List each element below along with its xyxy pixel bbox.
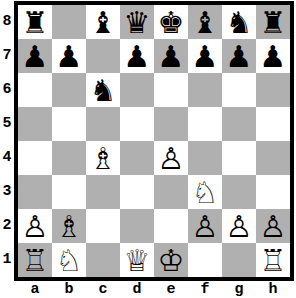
square-c3[interactable]: [86, 175, 120, 209]
rank-label-1: 1: [0, 243, 14, 277]
piece-white-knight: ♘: [52, 243, 86, 277]
square-a8[interactable]: ♜: [18, 5, 52, 39]
square-a7[interactable]: ♟: [18, 39, 52, 73]
square-a3[interactable]: [18, 175, 52, 209]
piece-black-pawn: ♟: [188, 39, 222, 73]
piece-black-knight: ♞: [222, 5, 256, 39]
square-d2[interactable]: [120, 209, 154, 243]
square-d3[interactable]: [120, 175, 154, 209]
square-b5[interactable]: [52, 107, 86, 141]
square-h8[interactable]: ♜: [256, 5, 290, 39]
file-label-a: a: [18, 281, 52, 298]
square-h7[interactable]: ♟: [256, 39, 290, 73]
rank-label-2: 2: [0, 209, 14, 243]
square-e4[interactable]: ♙: [154, 141, 188, 175]
piece-white-rook: ♖: [256, 243, 290, 277]
piece-black-queen: ♛: [120, 5, 154, 39]
square-d1[interactable]: ♕: [120, 243, 154, 277]
piece-black-pawn: ♟: [120, 39, 154, 73]
square-e6[interactable]: [154, 73, 188, 107]
square-g4[interactable]: [222, 141, 256, 175]
square-b2[interactable]: ♗: [52, 209, 86, 243]
square-c6[interactable]: ♞: [86, 73, 120, 107]
piece-white-pawn: ♙: [222, 209, 256, 243]
square-h5[interactable]: [256, 107, 290, 141]
rank-label-5: 5: [0, 107, 14, 141]
square-f6[interactable]: [188, 73, 222, 107]
square-c4[interactable]: ♗: [86, 141, 120, 175]
square-e3[interactable]: [154, 175, 188, 209]
rank-label-6: 6: [0, 73, 14, 107]
piece-black-king: ♚: [154, 5, 188, 39]
file-label-e: e: [154, 281, 188, 298]
square-c1[interactable]: [86, 243, 120, 277]
square-g2[interactable]: ♙: [222, 209, 256, 243]
file-label-h: h: [256, 281, 290, 298]
square-g6[interactable]: [222, 73, 256, 107]
square-d8[interactable]: ♛: [120, 5, 154, 39]
square-e2[interactable]: [154, 209, 188, 243]
square-g8[interactable]: ♞: [222, 5, 256, 39]
square-d5[interactable]: [120, 107, 154, 141]
square-c7[interactable]: [86, 39, 120, 73]
square-h1[interactable]: ♖: [256, 243, 290, 277]
square-b3[interactable]: [52, 175, 86, 209]
square-f4[interactable]: [188, 141, 222, 175]
square-h2[interactable]: ♙: [256, 209, 290, 243]
piece-black-pawn: ♟: [52, 39, 86, 73]
piece-black-bishop: ♝: [86, 5, 120, 39]
square-b8[interactable]: [52, 5, 86, 39]
file-label-c: c: [86, 281, 120, 298]
piece-white-pawn: ♙: [256, 209, 290, 243]
chess-diagram: 87654321 ♜♝♛♚♝♞♜♟♟♟♟♟♟♟♞♗♙♘♙♗♙♙♙♖♘♕♔♖ ab…: [0, 0, 296, 298]
square-f1[interactable]: [188, 243, 222, 277]
square-a2[interactable]: ♙: [18, 209, 52, 243]
square-g1[interactable]: [222, 243, 256, 277]
square-d6[interactable]: [120, 73, 154, 107]
square-c5[interactable]: [86, 107, 120, 141]
square-b1[interactable]: ♘: [52, 243, 86, 277]
file-label-d: d: [120, 281, 154, 298]
square-e1[interactable]: ♔: [154, 243, 188, 277]
square-c2[interactable]: [86, 209, 120, 243]
square-f5[interactable]: [188, 107, 222, 141]
piece-black-rook: ♜: [18, 5, 52, 39]
piece-black-pawn: ♟: [18, 39, 52, 73]
piece-white-pawn: ♙: [154, 141, 188, 175]
square-h4[interactable]: [256, 141, 290, 175]
piece-white-queen: ♕: [120, 243, 154, 277]
file-label-b: b: [52, 281, 86, 298]
piece-black-knight: ♞: [86, 73, 120, 107]
square-d7[interactable]: ♟: [120, 39, 154, 73]
chess-board: ♜♝♛♚♝♞♜♟♟♟♟♟♟♟♞♗♙♘♙♗♙♙♙♖♘♕♔♖: [14, 1, 294, 281]
square-g7[interactable]: ♟: [222, 39, 256, 73]
square-f3[interactable]: ♘: [188, 175, 222, 209]
square-b4[interactable]: [52, 141, 86, 175]
piece-white-bishop: ♗: [86, 141, 120, 175]
piece-white-pawn: ♙: [18, 209, 52, 243]
piece-white-pawn: ♙: [188, 209, 222, 243]
piece-white-king: ♔: [154, 243, 188, 277]
piece-black-pawn: ♟: [222, 39, 256, 73]
square-g5[interactable]: [222, 107, 256, 141]
square-e5[interactable]: [154, 107, 188, 141]
square-f7[interactable]: ♟: [188, 39, 222, 73]
piece-white-rook: ♖: [18, 243, 52, 277]
square-h6[interactable]: [256, 73, 290, 107]
file-label-f: f: [188, 281, 222, 298]
piece-black-rook: ♜: [256, 5, 290, 39]
rank-label-3: 3: [0, 175, 14, 209]
square-a6[interactable]: [18, 73, 52, 107]
square-c8[interactable]: ♝: [86, 5, 120, 39]
piece-white-knight: ♘: [188, 175, 222, 209]
square-f2[interactable]: ♙: [188, 209, 222, 243]
square-b7[interactable]: ♟: [52, 39, 86, 73]
square-a4[interactable]: [18, 141, 52, 175]
piece-white-bishop: ♗: [52, 209, 86, 243]
rank-label-4: 4: [0, 141, 14, 175]
piece-black-bishop: ♝: [188, 5, 222, 39]
square-e7[interactable]: ♟: [154, 39, 188, 73]
piece-black-pawn: ♟: [256, 39, 290, 73]
square-a1[interactable]: ♖: [18, 243, 52, 277]
square-b6[interactable]: [52, 73, 86, 107]
rank-label-8: 8: [0, 5, 14, 39]
square-h3[interactable]: [256, 175, 290, 209]
file-label-g: g: [222, 281, 256, 298]
square-e8[interactable]: ♚: [154, 5, 188, 39]
square-f8[interactable]: ♝: [188, 5, 222, 39]
rank-label-7: 7: [0, 39, 14, 73]
square-g3[interactable]: [222, 175, 256, 209]
piece-black-pawn: ♟: [154, 39, 188, 73]
square-d4[interactable]: [120, 141, 154, 175]
square-a5[interactable]: [18, 107, 52, 141]
